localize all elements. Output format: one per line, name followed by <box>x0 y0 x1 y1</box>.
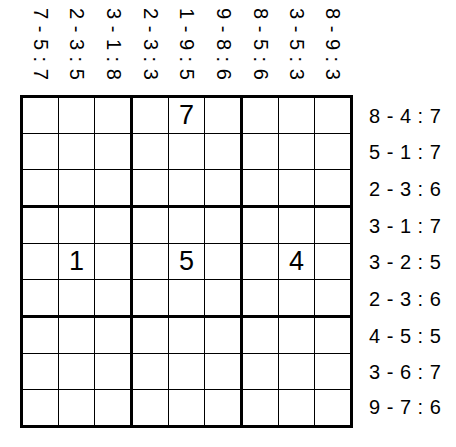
cell-r3c7[interactable] <box>243 170 279 208</box>
cell-r1c8[interactable] <box>279 98 315 134</box>
cell-r5c3[interactable] <box>95 244 133 280</box>
cell-r4c8[interactable] <box>279 208 315 244</box>
puzzle-page: 7 - 5 : 72 - 3 : 53 - 1 : 82 - 3 : 31 - … <box>0 0 456 447</box>
column-clue-6: 9 - 8 : 6 <box>205 8 243 95</box>
cell-r6c8[interactable] <box>279 280 315 318</box>
cell-r1c9[interactable] <box>315 98 350 134</box>
row-clue-6: 2 - 3 : 6 <box>369 280 441 318</box>
cell-r5c7[interactable] <box>243 244 279 280</box>
cell-r8c4[interactable] <box>133 354 169 390</box>
cell-r7c2[interactable] <box>59 318 95 354</box>
cell-r9c3[interactable] <box>95 390 133 425</box>
column-clue-text: 9 - 8 : 6 <box>214 8 234 80</box>
cell-r2c1[interactable] <box>23 134 59 170</box>
cell-r6c1[interactable] <box>23 280 59 318</box>
cell-r7c3[interactable] <box>95 318 133 354</box>
column-clue-text: 8 - 5 : 6 <box>251 8 271 80</box>
cell-r4c1[interactable] <box>23 208 59 244</box>
cell-r6c7[interactable] <box>243 280 279 318</box>
column-clue-text: 1 - 9 : 5 <box>177 8 197 80</box>
cell-r7c1[interactable] <box>23 318 59 354</box>
cell-r4c3[interactable] <box>95 208 133 244</box>
cell-r5c1[interactable] <box>23 244 59 280</box>
cell-r7c8[interactable] <box>279 318 315 354</box>
cell-r2c7[interactable] <box>243 134 279 170</box>
cell-r4c2[interactable] <box>59 208 95 244</box>
cell-r9c4[interactable] <box>133 390 169 425</box>
cell-r8c2[interactable] <box>59 354 95 390</box>
cell-r4c5[interactable] <box>169 208 205 244</box>
cell-r1c1[interactable] <box>23 98 59 134</box>
row-clue-5: 3 - 2 : 5 <box>369 244 441 280</box>
column-clue-text: 7 - 5 : 7 <box>31 8 51 80</box>
cell-r8c6[interactable] <box>205 354 243 390</box>
cell-r1c6[interactable] <box>205 98 243 134</box>
cell-r6c2[interactable] <box>59 280 95 318</box>
column-clue-3: 3 - 1 : 8 <box>95 8 133 95</box>
row-clue-8: 3 - 6 : 7 <box>369 354 441 390</box>
column-clue-2: 2 - 3 : 5 <box>59 8 95 95</box>
cell-r9c8[interactable] <box>279 390 315 425</box>
cell-r3c3[interactable] <box>95 170 133 208</box>
column-clue-4: 2 - 3 : 3 <box>133 8 169 95</box>
cell-r3c9[interactable] <box>315 170 350 208</box>
cell-r5c4[interactable] <box>133 244 169 280</box>
cell-r5c6[interactable] <box>205 244 243 280</box>
cell-r2c2[interactable] <box>59 134 95 170</box>
column-clue-text: 3 - 1 : 8 <box>104 8 124 80</box>
cell-r7c5[interactable] <box>169 318 205 354</box>
cell-r2c8[interactable] <box>279 134 315 170</box>
cell-r6c4[interactable] <box>133 280 169 318</box>
column-clue-5: 1 - 9 : 5 <box>169 8 205 95</box>
column-clue-text: 8 - 9 : 3 <box>323 8 343 80</box>
column-clues-strip: 7 - 5 : 72 - 3 : 53 - 1 : 82 - 3 : 31 - … <box>23 0 456 95</box>
row-clue-4: 3 - 1 : 7 <box>369 208 441 244</box>
row-clue-2: 5 - 1 : 7 <box>369 134 441 170</box>
cell-r9c7[interactable] <box>243 390 279 425</box>
cell-r4c6[interactable] <box>205 208 243 244</box>
column-clue-8: 3 - 5 : 3 <box>279 8 315 95</box>
column-clue-text: 2 - 3 : 5 <box>67 8 87 80</box>
column-clue-9: 8 - 9 : 3 <box>315 8 350 95</box>
cell-r3c6[interactable] <box>205 170 243 208</box>
cell-r6c6[interactable] <box>205 280 243 318</box>
sudoku-board: 7154 <box>20 95 353 428</box>
cell-r3c8[interactable] <box>279 170 315 208</box>
row-clue-3: 2 - 3 : 6 <box>369 170 441 208</box>
cell-r1c2[interactable] <box>59 98 95 134</box>
cell-r3c4[interactable] <box>133 170 169 208</box>
cell-r9c6[interactable] <box>205 390 243 425</box>
cell-r8c9[interactable] <box>315 354 350 390</box>
cell-r5c2[interactable]: 1 <box>59 244 95 280</box>
cell-r6c9[interactable] <box>315 280 350 318</box>
cell-r2c4[interactable] <box>133 134 169 170</box>
cell-r8c7[interactable] <box>243 354 279 390</box>
cell-r6c3[interactable] <box>95 280 133 318</box>
cell-r4c9[interactable] <box>315 208 350 244</box>
cell-r5c8[interactable]: 4 <box>279 244 315 280</box>
cell-r7c6[interactable] <box>205 318 243 354</box>
row-clues-strip: 8 - 4 : 75 - 1 : 72 - 3 : 63 - 1 : 73 - … <box>369 95 441 425</box>
cell-r1c4[interactable] <box>133 98 169 134</box>
cell-r7c7[interactable] <box>243 318 279 354</box>
row-clue-7: 4 - 5 : 5 <box>369 318 441 354</box>
column-clue-1: 7 - 5 : 7 <box>23 8 59 95</box>
cell-r5c9[interactable] <box>315 244 350 280</box>
cell-r2c3[interactable] <box>95 134 133 170</box>
column-clue-7: 8 - 5 : 6 <box>243 8 279 95</box>
cell-r2c5[interactable] <box>169 134 205 170</box>
cell-r8c3[interactable] <box>95 354 133 390</box>
cell-r3c2[interactable] <box>59 170 95 208</box>
cell-r1c7[interactable] <box>243 98 279 134</box>
row-clue-1: 8 - 4 : 7 <box>369 98 441 134</box>
cell-r9c1[interactable] <box>23 390 59 425</box>
cell-r8c8[interactable] <box>279 354 315 390</box>
cell-r7c9[interactable] <box>315 318 350 354</box>
board-band: 7154 8 - 4 : 75 - 1 : 72 - 3 : 63 - 1 : … <box>20 95 456 428</box>
cell-r2c9[interactable] <box>315 134 350 170</box>
cell-r7c4[interactable] <box>133 318 169 354</box>
cell-r9c5[interactable] <box>169 390 205 425</box>
cell-r4c4[interactable] <box>133 208 169 244</box>
cell-r9c2[interactable] <box>59 390 95 425</box>
cell-r8c1[interactable] <box>23 354 59 390</box>
cell-r3c1[interactable] <box>23 170 59 208</box>
cell-r4c7[interactable] <box>243 208 279 244</box>
cell-r8c5[interactable] <box>169 354 205 390</box>
cell-r1c3[interactable] <box>95 98 133 134</box>
cell-r2c6[interactable] <box>205 134 243 170</box>
row-clue-9: 9 - 7 : 6 <box>369 390 441 425</box>
cell-r1c5[interactable]: 7 <box>169 98 205 134</box>
cell-r6c5[interactable] <box>169 280 205 318</box>
cell-r3c5[interactable] <box>169 170 205 208</box>
column-clue-text: 3 - 5 : 3 <box>287 8 307 80</box>
cell-r5c5[interactable]: 5 <box>169 244 205 280</box>
column-clue-text: 2 - 3 : 3 <box>141 8 161 80</box>
cell-r9c9[interactable] <box>315 390 350 425</box>
